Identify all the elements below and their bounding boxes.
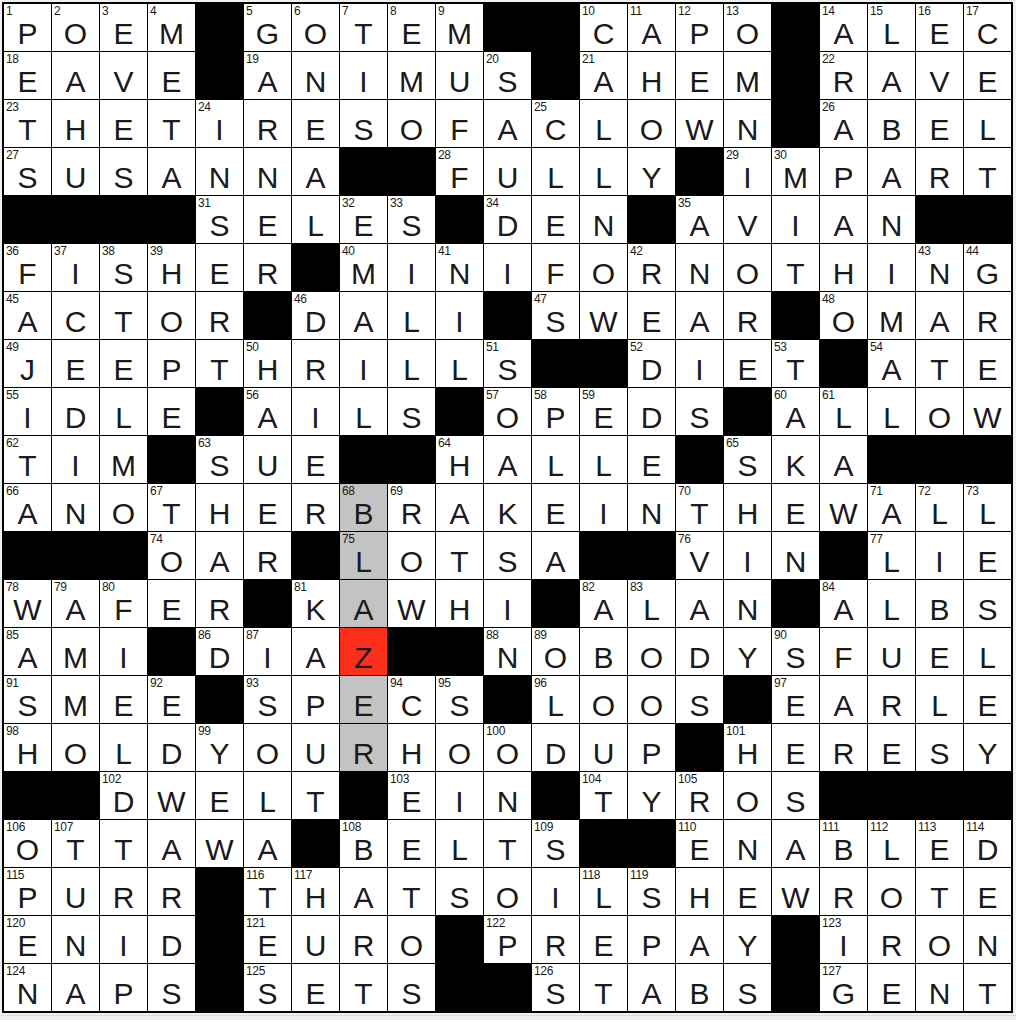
grid-cell[interactable]: H <box>52 100 99 147</box>
grid-cell[interactable]: I <box>292 388 339 435</box>
grid-cell[interactable]: U <box>292 724 339 771</box>
grid-cell[interactable]: T <box>580 964 627 1011</box>
grid-cell[interactable]: 111B <box>820 820 867 867</box>
grid-cell[interactable]: 22R <box>820 52 867 99</box>
grid-cell[interactable]: P <box>628 724 675 771</box>
grid-cell[interactable]: E <box>916 628 963 675</box>
grid-cell[interactable]: 79A <box>52 580 99 627</box>
grid-cell[interactable]: R <box>196 292 243 339</box>
grid-cell[interactable]: 21A <box>580 52 627 99</box>
grid-cell[interactable]: 102D <box>100 772 147 819</box>
grid-cell[interactable]: A <box>820 436 867 483</box>
grid-cell[interactable]: 93S <box>244 676 291 723</box>
grid-cell[interactable]: 23T <box>4 100 51 147</box>
grid-cell[interactable]: R <box>244 100 291 147</box>
grid-cell[interactable]: R <box>964 292 1011 339</box>
grid-cell[interactable]: 40M <box>340 244 387 291</box>
grid-cell[interactable]: 80F <box>100 580 147 627</box>
grid-cell[interactable]: 87I <box>244 628 291 675</box>
grid-cell[interactable]: N <box>580 196 627 243</box>
grid-cell[interactable]: F <box>436 100 483 147</box>
grid-cell[interactable]: 10C <box>580 4 627 51</box>
grid-cell[interactable]: 127G <box>820 964 867 1011</box>
grid-cell[interactable]: E <box>100 340 147 387</box>
grid-cell[interactable]: A <box>292 628 339 675</box>
grid-cell[interactable]: E <box>532 196 579 243</box>
grid-cell[interactable]: O <box>244 724 291 771</box>
grid-cell[interactable]: 12P <box>676 4 723 51</box>
grid-cell[interactable]: E <box>964 52 1011 99</box>
grid-cell[interactable]: A <box>868 148 915 195</box>
grid-cell[interactable]: 18E <box>4 52 51 99</box>
grid-cell[interactable]: A <box>436 484 483 531</box>
grid-cell[interactable]: V <box>916 52 963 99</box>
grid-cell[interactable]: N <box>964 916 1011 963</box>
grid-cell[interactable]: 124N <box>4 964 51 1011</box>
grid-cell[interactable]: E <box>916 100 963 147</box>
grid-cell[interactable]: O <box>628 100 675 147</box>
grid-cell[interactable]: A <box>916 292 963 339</box>
grid-cell[interactable]: 77L <box>868 532 915 579</box>
grid-cell[interactable]: S <box>148 964 195 1011</box>
grid-cell[interactable]: L <box>964 100 1011 147</box>
grid-cell[interactable]: 94C <box>388 676 435 723</box>
grid-cell[interactable]: U <box>484 148 531 195</box>
grid-cell[interactable]: L <box>532 436 579 483</box>
grid-cell[interactable]: L <box>964 628 1011 675</box>
grid-cell[interactable]: 117H <box>292 868 339 915</box>
grid-cell[interactable]: I <box>916 532 963 579</box>
grid-cell[interactable]: U <box>868 628 915 675</box>
grid-cell[interactable]: 71A <box>868 484 915 531</box>
grid-cell[interactable]: R <box>820 724 867 771</box>
grid-cell[interactable]: A <box>52 52 99 99</box>
grid-cell[interactable]: W <box>580 292 627 339</box>
grid-cell[interactable]: O <box>484 868 531 915</box>
grid-cell[interactable]: E <box>196 244 243 291</box>
grid-cell[interactable]: 31S <box>196 196 243 243</box>
grid-cell[interactable]: 95S <box>436 676 483 723</box>
grid-cell[interactable]: E <box>148 52 195 99</box>
grid-cell[interactable]: S <box>724 964 771 1011</box>
grid-cell[interactable]: E <box>580 916 627 963</box>
grid-cell[interactable]: A <box>196 532 243 579</box>
grid-cell[interactable]: S <box>772 772 819 819</box>
grid-cell[interactable]: L <box>580 148 627 195</box>
grid-cell[interactable]: Z <box>340 628 387 675</box>
grid-cell[interactable]: U <box>580 724 627 771</box>
grid-cell[interactable]: 6O <box>292 4 339 51</box>
grid-cell[interactable]: U <box>292 916 339 963</box>
grid-cell[interactable]: A <box>772 820 819 867</box>
grid-cell[interactable]: B <box>580 628 627 675</box>
grid-cell[interactable]: R <box>196 580 243 627</box>
grid-cell[interactable]: E <box>244 196 291 243</box>
grid-cell[interactable]: T <box>340 964 387 1011</box>
grid-cell[interactable]: A <box>292 148 339 195</box>
grid-cell[interactable]: 83L <box>628 580 675 627</box>
grid-cell[interactable]: N <box>484 772 531 819</box>
grid-cell[interactable]: 30M <box>772 148 819 195</box>
grid-cell[interactable]: 15L <box>868 4 915 51</box>
grid-cell[interactable]: W <box>772 868 819 915</box>
grid-cell[interactable]: O <box>388 100 435 147</box>
grid-cell[interactable]: 14A <box>820 4 867 51</box>
grid-cell[interactable]: 4M <box>148 4 195 51</box>
grid-cell[interactable]: 113E <box>916 820 963 867</box>
grid-cell[interactable]: T <box>388 868 435 915</box>
grid-cell[interactable]: N <box>292 52 339 99</box>
grid-cell[interactable]: 28F <box>436 148 483 195</box>
grid-cell[interactable]: F <box>820 628 867 675</box>
grid-cell[interactable]: O <box>436 724 483 771</box>
grid-cell[interactable]: O <box>724 772 771 819</box>
grid-cell[interactable]: U <box>52 868 99 915</box>
grid-cell[interactable]: 24I <box>196 100 243 147</box>
grid-cell[interactable]: R <box>820 868 867 915</box>
grid-cell[interactable]: I <box>676 340 723 387</box>
grid-cell[interactable]: T <box>772 244 819 291</box>
grid-cell[interactable]: T <box>100 292 147 339</box>
grid-cell[interactable]: N <box>676 244 723 291</box>
grid-cell[interactable]: 51S <box>484 340 531 387</box>
grid-cell[interactable]: Y <box>724 628 771 675</box>
grid-cell[interactable]: 17C <box>964 4 1011 51</box>
grid-cell[interactable]: 96L <box>532 676 579 723</box>
grid-cell[interactable]: 37I <box>52 244 99 291</box>
grid-cell[interactable]: E <box>628 292 675 339</box>
grid-cell[interactable]: R <box>292 484 339 531</box>
grid-cell[interactable]: M <box>724 52 771 99</box>
grid-cell[interactable]: S <box>388 388 435 435</box>
grid-cell[interactable]: A <box>676 292 723 339</box>
grid-cell[interactable]: 33S <box>388 196 435 243</box>
grid-cell[interactable]: 120E <box>4 916 51 963</box>
grid-cell[interactable]: D <box>676 628 723 675</box>
grid-cell[interactable]: R <box>244 244 291 291</box>
grid-cell[interactable]: 29I <box>724 148 771 195</box>
grid-cell[interactable]: D <box>628 388 675 435</box>
grid-cell[interactable]: R <box>100 868 147 915</box>
grid-cell[interactable]: H <box>388 724 435 771</box>
grid-cell[interactable]: W <box>148 772 195 819</box>
grid-cell[interactable]: T <box>292 772 339 819</box>
grid-cell[interactable]: E <box>292 436 339 483</box>
grid-cell[interactable]: 103E <box>388 772 435 819</box>
grid-cell[interactable]: 85A <box>4 628 51 675</box>
grid-cell[interactable]: L <box>580 100 627 147</box>
grid-cell[interactable]: 116T <box>244 868 291 915</box>
grid-cell[interactable]: E <box>532 484 579 531</box>
grid-cell[interactable]: M <box>388 52 435 99</box>
grid-cell[interactable]: W <box>196 820 243 867</box>
grid-cell[interactable]: 66A <box>4 484 51 531</box>
grid-cell[interactable]: A <box>628 964 675 1011</box>
grid-cell[interactable]: S <box>484 532 531 579</box>
grid-cell[interactable]: R <box>148 868 195 915</box>
grid-cell[interactable]: O <box>916 916 963 963</box>
grid-cell[interactable]: K <box>772 436 819 483</box>
grid-cell[interactable]: 101H <box>724 724 771 771</box>
grid-cell[interactable]: E <box>292 964 339 1011</box>
grid-cell[interactable]: T <box>964 148 1011 195</box>
grid-cell[interactable]: U <box>52 148 99 195</box>
grid-cell[interactable]: V <box>724 196 771 243</box>
grid-cell[interactable]: E <box>772 724 819 771</box>
grid-cell[interactable]: R <box>868 916 915 963</box>
grid-cell[interactable]: 42R <box>628 244 675 291</box>
grid-cell[interactable]: 97E <box>772 676 819 723</box>
grid-cell[interactable]: V <box>100 52 147 99</box>
grid-cell[interactable]: 74O <box>148 532 195 579</box>
grid-cell[interactable]: 60A <box>772 388 819 435</box>
grid-cell[interactable]: 3E <box>100 4 147 51</box>
grid-cell[interactable]: E <box>724 340 771 387</box>
grid-cell[interactable]: 9M <box>436 4 483 51</box>
grid-cell[interactable]: R <box>532 916 579 963</box>
grid-cell[interactable]: N <box>244 148 291 195</box>
grid-cell[interactable]: 82A <box>580 580 627 627</box>
grid-cell[interactable]: 114D <box>964 820 1011 867</box>
grid-cell[interactable]: 8E <box>388 4 435 51</box>
grid-cell[interactable]: 44G <box>964 244 1011 291</box>
grid-cell[interactable]: I <box>52 436 99 483</box>
grid-cell[interactable]: 70T <box>676 484 723 531</box>
grid-cell[interactable]: 121E <box>244 916 291 963</box>
grid-cell[interactable]: F <box>532 244 579 291</box>
grid-cell[interactable]: E <box>148 388 195 435</box>
grid-cell[interactable]: A <box>340 292 387 339</box>
grid-cell[interactable]: 89O <box>532 628 579 675</box>
grid-cell[interactable]: L <box>100 724 147 771</box>
grid-cell[interactable]: I <box>436 292 483 339</box>
grid-cell[interactable]: I <box>484 244 531 291</box>
grid-cell[interactable]: E <box>772 484 819 531</box>
grid-cell[interactable]: E <box>676 52 723 99</box>
grid-cell[interactable]: A <box>148 148 195 195</box>
grid-cell[interactable]: O <box>916 388 963 435</box>
grid-cell[interactable]: 110E <box>676 820 723 867</box>
grid-cell[interactable]: O <box>868 868 915 915</box>
grid-cell[interactable]: 126S <box>532 964 579 1011</box>
grid-cell[interactable]: H <box>436 580 483 627</box>
grid-cell[interactable]: U <box>436 52 483 99</box>
grid-cell[interactable]: M <box>52 676 99 723</box>
grid-cell[interactable]: 61L <box>820 388 867 435</box>
grid-cell[interactable]: 118L <box>580 868 627 915</box>
grid-cell[interactable]: N <box>916 964 963 1011</box>
grid-cell[interactable]: 38S <box>100 244 147 291</box>
grid-cell[interactable]: 91S <box>4 676 51 723</box>
grid-cell[interactable]: 78W <box>4 580 51 627</box>
grid-cell[interactable]: A <box>340 868 387 915</box>
grid-cell[interactable]: 72L <box>916 484 963 531</box>
grid-cell[interactable]: D <box>148 916 195 963</box>
grid-cell[interactable]: B <box>868 100 915 147</box>
grid-cell[interactable]: U <box>244 436 291 483</box>
grid-cell[interactable]: 119S <box>628 868 675 915</box>
grid-cell[interactable]: R <box>868 676 915 723</box>
grid-cell[interactable]: 36F <box>4 244 51 291</box>
grid-cell[interactable]: L <box>292 196 339 243</box>
grid-cell[interactable]: 67T <box>148 484 195 531</box>
grid-cell[interactable]: 75L <box>340 532 387 579</box>
grid-cell[interactable]: P <box>820 148 867 195</box>
grid-cell[interactable]: O <box>52 724 99 771</box>
grid-cell[interactable]: A <box>868 52 915 99</box>
grid-cell[interactable]: P <box>148 340 195 387</box>
grid-cell[interactable]: 35A <box>676 196 723 243</box>
grid-cell[interactable]: 45A <box>4 292 51 339</box>
grid-cell[interactable]: 100O <box>484 724 531 771</box>
grid-cell[interactable]: P <box>100 964 147 1011</box>
grid-cell[interactable]: M <box>52 628 99 675</box>
grid-cell[interactable]: 46D <box>292 292 339 339</box>
grid-cell[interactable]: S <box>676 388 723 435</box>
grid-cell[interactable]: 64H <box>436 436 483 483</box>
grid-cell[interactable]: A <box>484 100 531 147</box>
grid-cell[interactable]: S <box>436 868 483 915</box>
grid-cell[interactable]: E <box>244 484 291 531</box>
grid-cell[interactable]: 69R <box>388 484 435 531</box>
grid-cell[interactable]: A <box>484 436 531 483</box>
grid-cell[interactable]: L <box>100 388 147 435</box>
grid-cell[interactable]: E <box>628 436 675 483</box>
grid-cell[interactable]: 63S <box>196 436 243 483</box>
grid-cell[interactable]: L <box>580 436 627 483</box>
grid-cell[interactable]: O <box>388 916 435 963</box>
grid-cell[interactable]: E <box>724 868 771 915</box>
grid-cell[interactable]: T <box>196 340 243 387</box>
grid-cell[interactable]: P <box>628 916 675 963</box>
grid-cell[interactable]: I <box>580 484 627 531</box>
grid-cell[interactable]: R <box>292 340 339 387</box>
grid-cell[interactable]: S <box>916 724 963 771</box>
grid-cell[interactable]: I <box>388 244 435 291</box>
grid-cell[interactable]: 109S <box>532 820 579 867</box>
grid-cell[interactable]: 115P <box>4 868 51 915</box>
grid-cell[interactable]: 52D <box>628 340 675 387</box>
grid-cell[interactable]: 88N <box>484 628 531 675</box>
grid-cell[interactable]: O <box>100 484 147 531</box>
grid-cell[interactable]: 122P <box>484 916 531 963</box>
grid-cell[interactable]: 16E <box>916 4 963 51</box>
grid-cell[interactable]: L <box>868 580 915 627</box>
grid-cell[interactable]: A <box>820 676 867 723</box>
grid-cell[interactable]: M <box>868 292 915 339</box>
grid-cell[interactable]: 32E <box>340 196 387 243</box>
grid-cell[interactable]: E <box>868 724 915 771</box>
grid-cell[interactable]: 41N <box>436 244 483 291</box>
grid-cell[interactable]: 48O <box>820 292 867 339</box>
grid-cell[interactable]: E <box>868 964 915 1011</box>
grid-cell[interactable]: 108B <box>340 820 387 867</box>
grid-cell[interactable]: N <box>724 580 771 627</box>
grid-cell[interactable]: N <box>868 196 915 243</box>
grid-cell[interactable]: 1P <box>4 4 51 51</box>
grid-cell[interactable]: 27S <box>4 148 51 195</box>
grid-cell[interactable]: M <box>100 436 147 483</box>
grid-cell[interactable]: 76V <box>676 532 723 579</box>
grid-cell[interactable]: C <box>52 292 99 339</box>
grid-cell[interactable]: A <box>820 196 867 243</box>
grid-cell[interactable]: R <box>916 148 963 195</box>
grid-cell[interactable]: W <box>820 484 867 531</box>
grid-cell[interactable]: 55I <box>4 388 51 435</box>
grid-cell[interactable]: I <box>532 868 579 915</box>
grid-cell[interactable]: N <box>724 820 771 867</box>
grid-cell[interactable]: S <box>676 676 723 723</box>
grid-cell[interactable]: 11A <box>628 4 675 51</box>
grid-cell[interactable]: E <box>52 340 99 387</box>
grid-cell[interactable]: B <box>916 580 963 627</box>
grid-cell[interactable]: 73L <box>964 484 1011 531</box>
grid-cell[interactable]: P <box>292 676 339 723</box>
grid-cell[interactable]: 65S <box>724 436 771 483</box>
grid-cell[interactable]: 99Y <box>196 724 243 771</box>
grid-cell[interactable]: T <box>484 820 531 867</box>
grid-cell[interactable]: 5G <box>244 4 291 51</box>
grid-cell[interactable]: I <box>724 532 771 579</box>
grid-cell[interactable]: 84A <box>820 580 867 627</box>
grid-cell[interactable]: T <box>964 964 1011 1011</box>
grid-cell[interactable]: 92E <box>148 676 195 723</box>
grid-cell[interactable]: 19A <box>244 52 291 99</box>
grid-cell[interactable]: L <box>388 292 435 339</box>
grid-cell[interactable]: O <box>628 676 675 723</box>
grid-cell[interactable]: S <box>964 580 1011 627</box>
grid-cell[interactable]: O <box>580 244 627 291</box>
grid-cell[interactable]: T <box>916 868 963 915</box>
grid-cell[interactable]: 90S <box>772 628 819 675</box>
grid-cell[interactable]: H <box>196 484 243 531</box>
grid-cell[interactable]: L <box>436 820 483 867</box>
grid-cell[interactable]: L <box>916 676 963 723</box>
grid-cell[interactable]: E <box>964 868 1011 915</box>
grid-cell[interactable]: O <box>724 244 771 291</box>
grid-cell[interactable]: 105R <box>676 772 723 819</box>
grid-cell[interactable]: L <box>340 388 387 435</box>
grid-cell[interactable]: Y <box>724 916 771 963</box>
grid-cell[interactable]: 62T <box>4 436 51 483</box>
grid-cell[interactable]: E <box>148 580 195 627</box>
grid-cell[interactable]: O <box>388 532 435 579</box>
grid-cell[interactable]: E <box>196 772 243 819</box>
grid-cell[interactable]: 20S <box>484 52 531 99</box>
grid-cell[interactable]: 58P <box>532 388 579 435</box>
grid-cell[interactable]: E <box>100 676 147 723</box>
grid-cell[interactable]: R <box>340 916 387 963</box>
grid-cell[interactable]: N <box>724 100 771 147</box>
grid-cell[interactable]: 112L <box>868 820 915 867</box>
grid-cell[interactable]: H <box>628 52 675 99</box>
grid-cell[interactable]: N <box>196 148 243 195</box>
grid-cell[interactable]: 59E <box>580 388 627 435</box>
grid-cell[interactable]: 56A <box>244 388 291 435</box>
grid-cell[interactable]: O <box>628 628 675 675</box>
grid-cell[interactable]: 47S <box>532 292 579 339</box>
grid-cell[interactable]: N <box>52 916 99 963</box>
grid-cell[interactable]: W <box>964 388 1011 435</box>
grid-cell[interactable]: 86D <box>196 628 243 675</box>
grid-cell[interactable]: I <box>340 340 387 387</box>
grid-cell[interactable]: I <box>100 916 147 963</box>
grid-cell[interactable]: H <box>820 244 867 291</box>
grid-cell[interactable]: L <box>388 340 435 387</box>
grid-cell[interactable]: 34D <box>484 196 531 243</box>
grid-cell[interactable]: W <box>388 580 435 627</box>
grid-cell[interactable]: 50H <box>244 340 291 387</box>
